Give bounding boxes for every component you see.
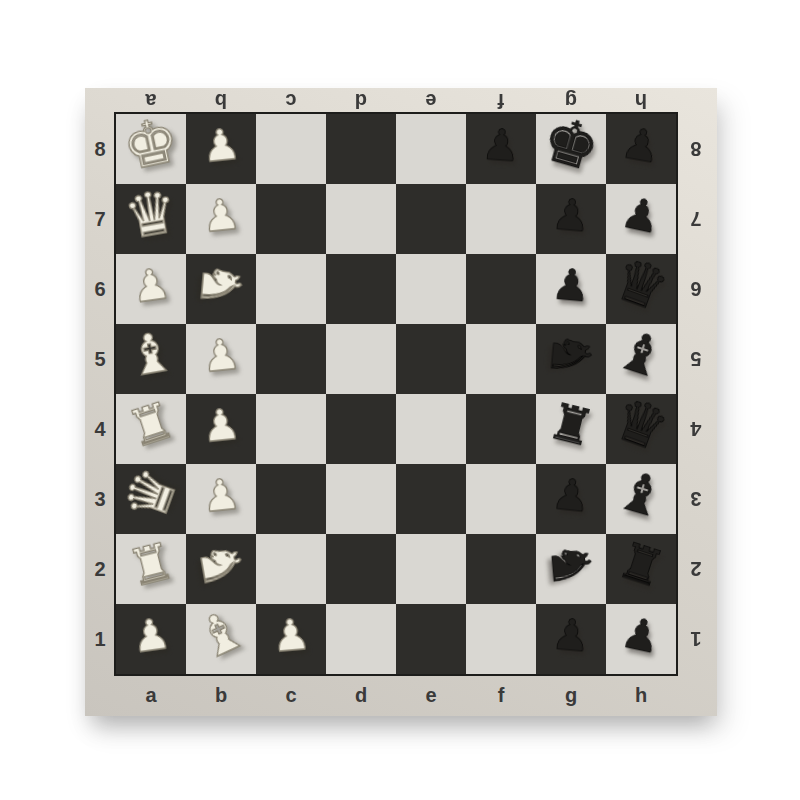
square-c4[interactable] <box>256 394 326 464</box>
square-e6[interactable] <box>396 254 466 324</box>
piece-black-pawn-h8[interactable]: ♟ <box>618 121 663 170</box>
chess-mat: abcdefgh abcdefgh 87654321 87654321 ♚♟♛♟… <box>85 88 717 716</box>
rank-labels-left: 87654321 <box>85 114 115 674</box>
square-e7[interactable] <box>396 184 466 254</box>
file-label-top-e: e <box>396 88 466 113</box>
piece-black-pawn-f8[interactable]: ♟ <box>480 123 521 169</box>
square-e8[interactable] <box>396 114 466 184</box>
piece-black-knight-g2[interactable]: ♞ <box>543 539 600 591</box>
piece-white-queen-a7[interactable]: ♛ <box>120 181 182 248</box>
piece-white-pawn-b3[interactable]: ♟ <box>200 472 243 519</box>
square-e3[interactable] <box>396 464 466 534</box>
rank-label-right-2: 2 <box>677 534 715 604</box>
rank-label-right-1: 1 <box>677 604 715 674</box>
square-f3[interactable] <box>466 464 536 534</box>
rank-label-left-1: 1 <box>85 604 115 674</box>
square-e5[interactable] <box>396 324 466 394</box>
file-labels-top: abcdefgh <box>116 88 676 113</box>
piece-white-knight-b6[interactable]: ♞ <box>193 259 250 311</box>
rank-label-left-7: 7 <box>85 184 115 254</box>
rank-label-left-6: 6 <box>85 254 115 324</box>
piece-black-pawn-g7[interactable]: ♟ <box>550 192 592 238</box>
piece-black-pawn-g3[interactable]: ♟ <box>550 472 593 519</box>
square-c8[interactable] <box>256 114 326 184</box>
square-f6[interactable] <box>466 254 536 324</box>
rank-label-right-4: 4 <box>677 394 715 464</box>
square-d4[interactable] <box>326 394 396 464</box>
rank-label-right-7: 7 <box>677 184 715 254</box>
square-d6[interactable] <box>326 254 396 324</box>
square-f5[interactable] <box>466 324 536 394</box>
file-label-top-c: c <box>256 88 326 113</box>
rank-label-left-5: 5 <box>85 324 115 394</box>
rank-label-right-8: 8 <box>677 114 715 184</box>
piece-white-pawn-b5[interactable]: ♟ <box>200 332 243 379</box>
photo-stage: abcdefgh abcdefgh 87654321 87654321 ♚♟♛♟… <box>0 0 800 800</box>
file-label-bottom-b: b <box>186 676 256 714</box>
piece-white-bishop-a5[interactable]: ♝ <box>122 324 179 386</box>
square-d7[interactable] <box>326 184 396 254</box>
rank-label-right-5: 5 <box>677 324 715 394</box>
square-d3[interactable] <box>326 464 396 534</box>
piece-white-knight-b2[interactable]: ♞ <box>191 537 251 593</box>
square-d1[interactable] <box>326 604 396 674</box>
square-c6[interactable] <box>256 254 326 324</box>
file-labels-bottom: abcdefgh <box>116 676 676 714</box>
piece-white-pawn-b7[interactable]: ♟ <box>200 192 243 239</box>
square-f4[interactable] <box>466 394 536 464</box>
piece-white-pawn-b4[interactable]: ♟ <box>200 402 243 449</box>
rank-label-left-3: 3 <box>85 464 115 534</box>
square-d8[interactable] <box>326 114 396 184</box>
file-label-top-d: d <box>326 88 396 113</box>
piece-white-pawn-a1[interactable]: ♟ <box>129 612 173 660</box>
file-label-bottom-c: c <box>256 676 326 714</box>
square-c2[interactable] <box>256 534 326 604</box>
file-label-bottom-h: h <box>606 676 676 714</box>
piece-black-pawn-g6[interactable]: ♟ <box>550 262 592 308</box>
square-d2[interactable] <box>326 534 396 604</box>
rank-label-left-2: 2 <box>85 534 115 604</box>
file-label-bottom-d: d <box>326 676 396 714</box>
square-d5[interactable] <box>326 324 396 394</box>
rank-label-left-8: 8 <box>85 114 115 184</box>
square-e4[interactable] <box>396 394 466 464</box>
square-c5[interactable] <box>256 324 326 394</box>
square-c3[interactable] <box>256 464 326 534</box>
square-e2[interactable] <box>396 534 466 604</box>
piece-white-pawn-b8[interactable]: ♟ <box>200 122 243 169</box>
file-label-bottom-g: g <box>536 676 606 714</box>
rank-labels-right: 87654321 <box>677 114 715 674</box>
file-label-bottom-f: f <box>466 676 536 714</box>
piece-white-pawn-a6[interactable]: ♟ <box>129 262 173 310</box>
piece-black-pawn-g1[interactable]: ♟ <box>550 612 592 658</box>
rank-label-right-3: 3 <box>677 464 715 534</box>
square-c7[interactable] <box>256 184 326 254</box>
square-f7[interactable] <box>466 184 536 254</box>
file-label-top-f: f <box>466 88 536 113</box>
file-label-bottom-a: a <box>116 676 186 714</box>
file-label-top-h: h <box>606 88 676 113</box>
square-f2[interactable] <box>466 534 536 604</box>
rank-label-right-6: 6 <box>677 254 715 324</box>
piece-black-knight-g5[interactable]: ♞ <box>543 329 600 381</box>
piece-white-pawn-c1[interactable]: ♟ <box>270 612 312 658</box>
square-f1[interactable] <box>466 604 536 674</box>
file-label-top-b: b <box>186 88 256 113</box>
square-e1[interactable] <box>396 604 466 674</box>
file-label-bottom-e: e <box>396 676 466 714</box>
rank-label-left-4: 4 <box>85 394 115 464</box>
